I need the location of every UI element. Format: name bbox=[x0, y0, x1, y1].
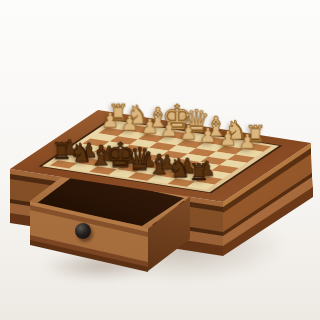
drawer-front bbox=[30, 201, 148, 276]
chess-set-photo-scene: ♜♞♝♚♛♝♞♜♟♟♟♟♟♟♟♟♟♟♟♟♟♟♟♟♜♞♝♚♛♝♞♜ bbox=[0, 0, 320, 320]
drawer-knob[interactable] bbox=[75, 223, 91, 239]
piece-black-r[interactable]: ♜ bbox=[181, 158, 217, 187]
piece-white-p[interactable]: ♟ bbox=[229, 128, 265, 154]
